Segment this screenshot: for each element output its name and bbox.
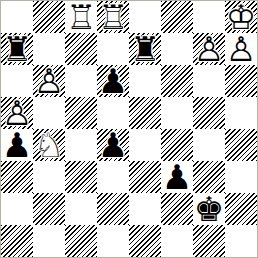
square-a2[interactable] — [1, 193, 33, 225]
square-h7[interactable]: ♟♙ — [225, 33, 257, 65]
piece-glyph: ♖ — [65, 1, 97, 33]
chess-board: ♜♖♜♖♚♔♜♜♜♜♟♙♟♙♟♙♟♟♟♙♟♟♞♘♟♟♟♟♚♚ — [0, 0, 258, 258]
square-c7[interactable] — [65, 33, 97, 65]
square-f3[interactable]: ♟♟ — [161, 161, 193, 193]
square-g4[interactable] — [193, 129, 225, 161]
square-c8[interactable]: ♜♖ — [65, 1, 97, 33]
square-d2[interactable] — [97, 193, 129, 225]
black-pawn[interactable]: ♟♟ — [161, 161, 193, 193]
square-a7[interactable]: ♜♜ — [1, 33, 33, 65]
piece-glyph: ♟ — [161, 161, 193, 193]
square-b8[interactable] — [33, 1, 65, 33]
square-d1[interactable] — [97, 225, 129, 257]
square-h1[interactable] — [225, 225, 257, 257]
square-e6[interactable] — [129, 65, 161, 97]
square-b6[interactable]: ♟♙ — [33, 65, 65, 97]
square-a3[interactable] — [1, 161, 33, 193]
piece-glyph: ♟ — [97, 65, 129, 97]
black-king[interactable]: ♚♚ — [193, 193, 225, 225]
white-pawn[interactable]: ♟♙ — [193, 33, 225, 65]
piece-glyph: ♚ — [193, 193, 225, 225]
white-rook[interactable]: ♜♖ — [65, 1, 97, 33]
square-h5[interactable] — [225, 97, 257, 129]
piece-glyph: ♜ — [129, 33, 161, 65]
square-c4[interactable] — [65, 129, 97, 161]
square-b1[interactable] — [33, 225, 65, 257]
square-g7[interactable]: ♟♙ — [193, 33, 225, 65]
square-a1[interactable] — [1, 225, 33, 257]
square-g1[interactable] — [193, 225, 225, 257]
square-h3[interactable] — [225, 161, 257, 193]
square-g6[interactable] — [193, 65, 225, 97]
piece-glyph: ♜ — [1, 33, 33, 65]
white-rook[interactable]: ♜♖ — [97, 1, 129, 33]
square-f7[interactable] — [161, 33, 193, 65]
black-pawn[interactable]: ♟♟ — [1, 129, 33, 161]
black-rook[interactable]: ♜♜ — [1, 33, 33, 65]
square-e5[interactable] — [129, 97, 161, 129]
square-c3[interactable] — [65, 161, 97, 193]
square-b4[interactable]: ♞♘ — [33, 129, 65, 161]
black-pawn[interactable]: ♟♟ — [97, 129, 129, 161]
square-c6[interactable] — [65, 65, 97, 97]
square-e4[interactable] — [129, 129, 161, 161]
black-rook[interactable]: ♜♜ — [129, 33, 161, 65]
square-e2[interactable] — [129, 193, 161, 225]
piece-glyph: ♙ — [225, 33, 257, 65]
square-d6[interactable]: ♟♟ — [97, 65, 129, 97]
piece-glyph: ♖ — [97, 1, 129, 33]
white-knight[interactable]: ♞♘ — [33, 129, 65, 161]
square-a4[interactable]: ♟♟ — [1, 129, 33, 161]
square-h2[interactable] — [225, 193, 257, 225]
square-e3[interactable] — [129, 161, 161, 193]
black-pawn[interactable]: ♟♟ — [97, 65, 129, 97]
square-f6[interactable] — [161, 65, 193, 97]
square-d4[interactable]: ♟♟ — [97, 129, 129, 161]
square-c1[interactable] — [65, 225, 97, 257]
square-f1[interactable] — [161, 225, 193, 257]
square-b3[interactable] — [33, 161, 65, 193]
square-h6[interactable] — [225, 65, 257, 97]
piece-glyph: ♙ — [193, 33, 225, 65]
white-pawn[interactable]: ♟♙ — [225, 33, 257, 65]
square-f5[interactable] — [161, 97, 193, 129]
square-d3[interactable] — [97, 161, 129, 193]
piece-glyph: ♙ — [33, 65, 65, 97]
square-d8[interactable]: ♜♖ — [97, 1, 129, 33]
square-f2[interactable] — [161, 193, 193, 225]
square-e7[interactable]: ♜♜ — [129, 33, 161, 65]
square-g5[interactable] — [193, 97, 225, 129]
white-pawn[interactable]: ♟♙ — [33, 65, 65, 97]
square-c5[interactable] — [65, 97, 97, 129]
piece-glyph: ♟ — [1, 129, 33, 161]
square-h4[interactable] — [225, 129, 257, 161]
square-g2[interactable]: ♚♚ — [193, 193, 225, 225]
piece-glyph: ♟ — [97, 129, 129, 161]
piece-glyph: ♘ — [33, 129, 65, 161]
square-e1[interactable] — [129, 225, 161, 257]
square-c2[interactable] — [65, 193, 97, 225]
square-f8[interactable] — [161, 1, 193, 33]
square-b2[interactable] — [33, 193, 65, 225]
